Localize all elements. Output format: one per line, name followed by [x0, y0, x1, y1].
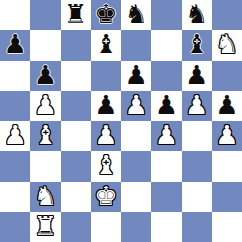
square-f7[interactable]: [151, 30, 181, 60]
piece-black-pawn[interactable]: ♟: [94, 92, 117, 118]
square-d8[interactable]: ♚: [91, 0, 121, 30]
square-a1[interactable]: [0, 212, 30, 242]
square-a3[interactable]: [0, 151, 30, 181]
square-d4[interactable]: ♟: [91, 121, 121, 151]
square-g8[interactable]: ♞: [182, 0, 212, 30]
square-h6[interactable]: [212, 61, 242, 91]
square-a2[interactable]: [0, 182, 30, 212]
square-f8[interactable]: [151, 0, 181, 30]
square-b2[interactable]: ♞: [30, 182, 60, 212]
square-b5[interactable]: ♟: [30, 91, 60, 121]
square-d5[interactable]: ♟: [91, 91, 121, 121]
piece-white-king[interactable]: ♚: [94, 183, 117, 209]
square-h7[interactable]: ♞: [212, 30, 242, 60]
square-a4[interactable]: ♟: [0, 121, 30, 151]
square-c8[interactable]: ♜: [61, 0, 91, 30]
square-c1[interactable]: [61, 212, 91, 242]
square-f3[interactable]: [151, 151, 181, 181]
square-f6[interactable]: [151, 61, 181, 91]
piece-black-pawn[interactable]: ♟: [34, 62, 57, 88]
square-f4[interactable]: ♟: [151, 121, 181, 151]
piece-white-knight[interactable]: ♞: [215, 31, 238, 57]
piece-black-pawn[interactable]: ♟: [185, 62, 208, 88]
square-h4[interactable]: ♟: [212, 121, 242, 151]
square-g2[interactable]: [182, 182, 212, 212]
square-d3[interactable]: ♝: [91, 151, 121, 181]
square-a6[interactable]: [0, 61, 30, 91]
square-c3[interactable]: [61, 151, 91, 181]
square-c2[interactable]: [61, 182, 91, 212]
square-e8[interactable]: ♞: [121, 0, 151, 30]
piece-white-pawn[interactable]: ♟: [94, 122, 117, 148]
square-h8[interactable]: [212, 0, 242, 30]
square-f5[interactable]: ♟: [151, 91, 181, 121]
square-g4[interactable]: [182, 121, 212, 151]
square-b4[interactable]: ♝: [30, 121, 60, 151]
square-b6[interactable]: ♟: [30, 61, 60, 91]
square-h2[interactable]: [212, 182, 242, 212]
piece-black-pawn[interactable]: ♟: [3, 31, 26, 57]
square-d7[interactable]: ♝: [91, 30, 121, 60]
piece-white-pawn[interactable]: ♟: [3, 122, 26, 148]
square-h5[interactable]: ♟: [212, 91, 242, 121]
square-c6[interactable]: [61, 61, 91, 91]
square-g3[interactable]: [182, 151, 212, 181]
square-c5[interactable]: [61, 91, 91, 121]
square-e4[interactable]: [121, 121, 151, 151]
chess-board: ♜♚♞♞♟♝♝♞♟♟♟♟♟♟♟♟♟♟♝♟♟♟♝♞♚♜: [0, 0, 242, 242]
piece-white-bishop[interactable]: ♝: [34, 122, 57, 148]
piece-black-pawn[interactable]: ♟: [124, 62, 147, 88]
square-g1[interactable]: [182, 212, 212, 242]
square-a7[interactable]: ♟: [0, 30, 30, 60]
piece-white-pawn[interactable]: ♟: [215, 122, 238, 148]
piece-black-pawn[interactable]: ♟: [155, 92, 178, 118]
square-e2[interactable]: [121, 182, 151, 212]
piece-white-bishop[interactable]: ♝: [94, 152, 117, 178]
square-h1[interactable]: [212, 212, 242, 242]
square-b8[interactable]: [30, 0, 60, 30]
piece-white-pawn[interactable]: ♟: [124, 92, 147, 118]
square-d2[interactable]: ♚: [91, 182, 121, 212]
square-c7[interactable]: [61, 30, 91, 60]
square-b1[interactable]: ♜: [30, 212, 60, 242]
square-d6[interactable]: [91, 61, 121, 91]
square-e1[interactable]: [121, 212, 151, 242]
square-d1[interactable]: [91, 212, 121, 242]
square-f1[interactable]: [151, 212, 181, 242]
square-h3[interactable]: [212, 151, 242, 181]
square-e7[interactable]: [121, 30, 151, 60]
piece-black-knight[interactable]: ♞: [124, 1, 147, 27]
piece-white-pawn[interactable]: ♟: [185, 92, 208, 118]
square-b3[interactable]: [30, 151, 60, 181]
piece-black-bishop[interactable]: ♝: [185, 31, 208, 57]
square-e3[interactable]: [121, 151, 151, 181]
piece-black-rook[interactable]: ♜: [64, 1, 87, 27]
piece-white-pawn[interactable]: ♟: [155, 122, 178, 148]
piece-white-pawn[interactable]: ♟: [34, 92, 57, 118]
square-g7[interactable]: ♝: [182, 30, 212, 60]
piece-black-king[interactable]: ♚: [94, 1, 117, 27]
square-f2[interactable]: [151, 182, 181, 212]
piece-white-rook[interactable]: ♜: [34, 213, 57, 239]
square-e5[interactable]: ♟: [121, 91, 151, 121]
piece-black-pawn[interactable]: ♟: [215, 92, 238, 118]
piece-black-knight[interactable]: ♞: [185, 1, 208, 27]
square-c4[interactable]: [61, 121, 91, 151]
square-e6[interactable]: ♟: [121, 61, 151, 91]
square-g6[interactable]: ♟: [182, 61, 212, 91]
piece-white-knight[interactable]: ♞: [34, 183, 57, 209]
piece-black-bishop[interactable]: ♝: [94, 31, 117, 57]
square-a8[interactable]: [0, 0, 30, 30]
square-a5[interactable]: [0, 91, 30, 121]
square-g5[interactable]: ♟: [182, 91, 212, 121]
square-b7[interactable]: [30, 30, 60, 60]
